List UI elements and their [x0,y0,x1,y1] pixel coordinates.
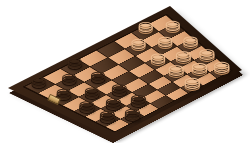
checkers-board [8,6,242,138]
product-photo-stage: ⛂⛂⛂⛂⛂⛂⛂⛂⛂⛂⛂⛂⛂⛂⛂⛂⛂⛂⛂⛂⛂⛂⛂⛂ [0,0,250,143]
